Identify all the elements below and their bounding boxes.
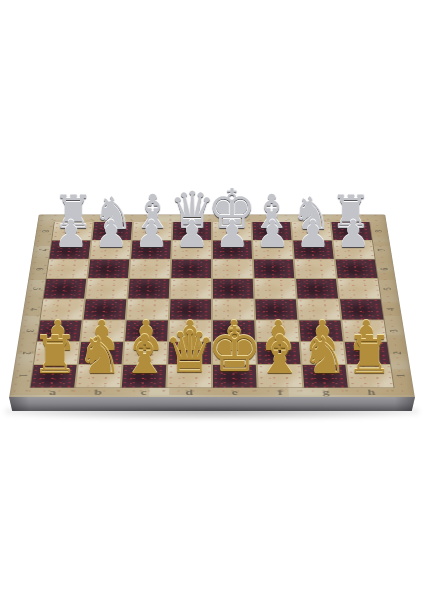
square-b7: [90, 241, 130, 259]
square-f4: [255, 299, 297, 319]
rank-label-right-3: 3: [372, 326, 417, 335]
square-e4: [213, 299, 254, 319]
square-f7: [253, 241, 293, 259]
square-g3: [299, 320, 343, 341]
file-label-h: h: [348, 389, 395, 397]
file-label-b: b: [75, 389, 121, 397]
square-d2: [168, 342, 211, 364]
board-shadow: [5, 408, 419, 419]
square-e3: [213, 320, 255, 341]
square-e8: [213, 222, 251, 239]
chessboard: abcdefgh 87654321 87654321: [9, 214, 415, 398]
file-label-f: f: [257, 389, 303, 397]
chess-set-photo: abcdefgh 87654321 87654321 ♜♞♝♛♚♝♞♜♟♟♟♟♟…: [0, 0, 424, 600]
square-d4: [170, 299, 211, 319]
square-b5: [86, 279, 128, 298]
rank-label-left-3: 3: [7, 326, 52, 335]
square-g1: [303, 365, 348, 388]
square-b3: [81, 320, 125, 341]
square-d1: [167, 365, 211, 388]
square-f3: [256, 320, 299, 341]
square-e7: [213, 241, 252, 259]
file-label-e: e: [212, 389, 258, 397]
rank-label-right-7: 7: [361, 246, 403, 254]
rank-label-left-5: 5: [14, 284, 57, 293]
square-d3: [169, 320, 211, 341]
square-e6: [213, 259, 253, 278]
file-label-g: g: [303, 389, 349, 397]
square-c8: [133, 222, 172, 239]
rank-label-right-6: 6: [364, 265, 406, 274]
rank-label-right-1: 1: [378, 371, 424, 381]
file-label-d: d: [166, 389, 212, 397]
square-g4: [298, 299, 341, 319]
square-f1: [258, 365, 302, 388]
square-d7: [172, 241, 211, 259]
square-e1: [213, 365, 257, 388]
square-b2: [79, 342, 123, 364]
square-g2: [301, 342, 345, 364]
square-b1: [76, 365, 121, 388]
square-c3: [125, 320, 168, 341]
square-c4: [127, 299, 169, 319]
square-f5: [255, 279, 296, 298]
rank-label-left-1: 1: [0, 371, 46, 381]
square-e2: [213, 342, 256, 364]
rank-label-left-7: 7: [21, 246, 63, 254]
square-d6: [171, 259, 211, 278]
square-f6: [254, 259, 294, 278]
square-b8: [92, 222, 132, 239]
square-g6: [295, 259, 336, 278]
square-c5: [128, 279, 169, 298]
rank-label-right-8: 8: [359, 227, 400, 235]
square-b4: [84, 299, 127, 319]
square-c6: [130, 259, 170, 278]
square-g8: [292, 222, 332, 239]
square-b6: [88, 259, 129, 278]
square-d8: [173, 222, 211, 239]
square-c2: [123, 342, 167, 364]
square-e5: [213, 279, 254, 298]
rank-label-left-6: 6: [18, 265, 60, 274]
square-f8: [252, 222, 291, 239]
square-f2: [257, 342, 301, 364]
file-label-c: c: [121, 389, 167, 397]
square-g5: [296, 279, 338, 298]
square-g7: [293, 241, 333, 259]
rank-label-left-2: 2: [3, 348, 49, 358]
square-c7: [131, 241, 171, 259]
rank-label-right-2: 2: [375, 348, 421, 358]
square-c1: [122, 365, 166, 388]
rank-label-left-4: 4: [11, 305, 55, 314]
rank-label-left-8: 8: [24, 227, 65, 235]
board-grid: [31, 222, 394, 387]
file-labels-front: abcdefgh: [29, 387, 395, 398]
square-d5: [171, 279, 212, 298]
rank-label-right-4: 4: [369, 305, 413, 314]
rank-label-right-5: 5: [367, 284, 410, 293]
file-label-a: a: [29, 389, 76, 397]
